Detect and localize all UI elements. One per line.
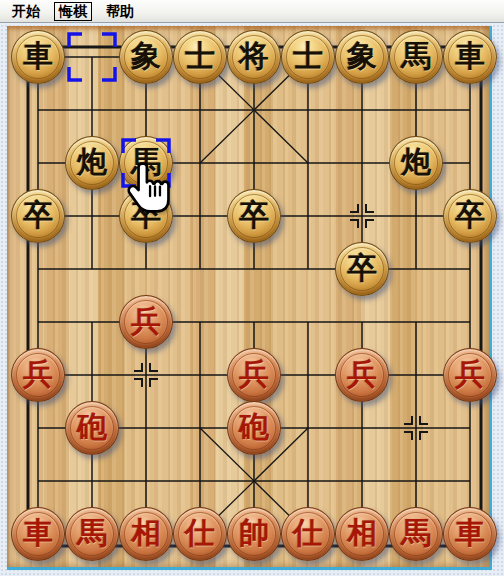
piece-red-advisor[interactable]: 仕: [281, 507, 335, 561]
piece-glyph: 馬: [401, 513, 431, 556]
piece-black-cannon[interactable]: 炮: [65, 136, 119, 190]
piece-glyph: 象: [131, 36, 161, 79]
piece-red-horse[interactable]: 馬: [65, 507, 119, 561]
piece-black-cannon[interactable]: 炮: [389, 136, 443, 190]
piece-red-soldier[interactable]: 兵: [335, 348, 389, 402]
xiangqi-game-window: 开始 悔棋 帮助 車象士将士象馬車炮馬炮卒卒卒卒卒兵兵兵兵兵砲砲車馬相仕帥仕相馬…: [0, 0, 504, 576]
piece-glyph: 炮: [77, 142, 107, 185]
piece-red-soldier[interactable]: 兵: [119, 295, 173, 349]
piece-black-soldier[interactable]: 卒: [227, 189, 281, 243]
piece-red-cannon[interactable]: 砲: [65, 401, 119, 455]
piece-black-soldier[interactable]: 卒: [443, 189, 497, 243]
piece-red-cannon[interactable]: 砲: [227, 401, 281, 455]
piece-glyph: 炮: [401, 142, 431, 185]
piece-glyph: 砲: [239, 407, 269, 450]
piece-glyph: 砲: [77, 407, 107, 450]
piece-black-general[interactable]: 将: [227, 30, 281, 84]
piece-black-horse[interactable]: 馬: [119, 136, 173, 190]
piece-black-elephant[interactable]: 象: [335, 30, 389, 84]
piece-glyph: 車: [23, 513, 53, 556]
piece-glyph: 兵: [455, 354, 485, 397]
menu-bar: 开始 悔棋 帮助: [0, 0, 504, 23]
piece-glyph: 仕: [185, 513, 215, 556]
piece-red-soldier[interactable]: 兵: [227, 348, 281, 402]
piece-glyph: 車: [455, 513, 485, 556]
piece-glyph: 帥: [239, 513, 269, 556]
piece-glyph: 卒: [239, 195, 269, 238]
piece-glyph: 車: [455, 36, 485, 79]
piece-glyph: 兵: [23, 354, 53, 397]
piece-glyph: 卒: [131, 195, 161, 238]
piece-black-soldier[interactable]: 卒: [11, 189, 65, 243]
menu-undo-move[interactable]: 悔棋: [54, 2, 92, 21]
piece-glyph: 卒: [455, 195, 485, 238]
piece-red-elephant[interactable]: 相: [119, 507, 173, 561]
piece-glyph: 馬: [77, 513, 107, 556]
xiangqi-board[interactable]: [7, 26, 492, 570]
piece-black-soldier[interactable]: 卒: [335, 242, 389, 296]
piece-glyph: 卒: [347, 248, 377, 291]
piece-glyph: 象: [347, 36, 377, 79]
piece-black-elephant[interactable]: 象: [119, 30, 173, 84]
piece-glyph: 相: [131, 513, 161, 556]
piece-glyph: 車: [23, 36, 53, 79]
piece-black-chariot[interactable]: 車: [11, 30, 65, 84]
piece-black-advisor[interactable]: 士: [173, 30, 227, 84]
menu-start[interactable]: 开始: [12, 3, 40, 20]
piece-red-general[interactable]: 帥: [227, 507, 281, 561]
piece-glyph: 兵: [131, 301, 161, 344]
piece-glyph: 将: [239, 36, 269, 79]
piece-red-soldier[interactable]: 兵: [443, 348, 497, 402]
menu-help[interactable]: 帮助: [106, 3, 134, 20]
piece-glyph: 馬: [131, 142, 161, 185]
piece-red-chariot[interactable]: 車: [443, 507, 497, 561]
piece-glyph: 兵: [347, 354, 377, 397]
piece-glyph: 馬: [401, 36, 431, 79]
piece-black-advisor[interactable]: 士: [281, 30, 335, 84]
piece-glyph: 士: [185, 36, 215, 79]
piece-glyph: 卒: [23, 195, 53, 238]
piece-red-soldier[interactable]: 兵: [11, 348, 65, 402]
piece-glyph: 相: [347, 513, 377, 556]
piece-black-soldier[interactable]: 卒: [119, 189, 173, 243]
piece-glyph: 士: [293, 36, 323, 79]
piece-red-advisor[interactable]: 仕: [173, 507, 227, 561]
piece-glyph: 兵: [239, 354, 269, 397]
piece-red-horse[interactable]: 馬: [389, 507, 443, 561]
piece-black-chariot[interactable]: 車: [443, 30, 497, 84]
piece-red-elephant[interactable]: 相: [335, 507, 389, 561]
piece-glyph: 仕: [293, 513, 323, 556]
piece-black-horse[interactable]: 馬: [389, 30, 443, 84]
piece-red-chariot[interactable]: 車: [11, 507, 65, 561]
